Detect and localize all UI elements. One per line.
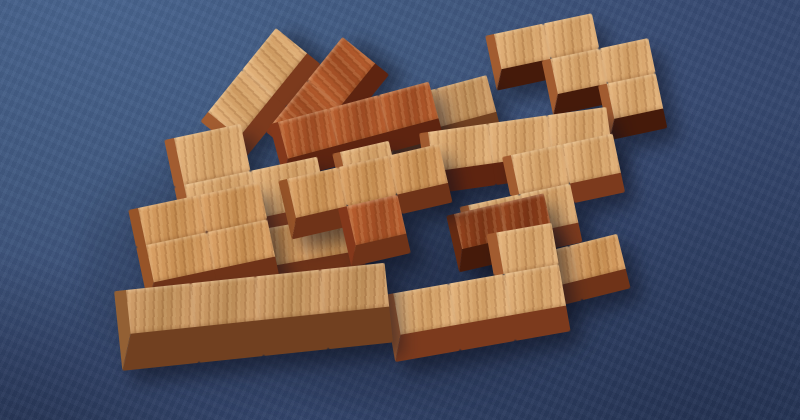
block-cell (114, 283, 199, 371)
block-cell (191, 276, 264, 362)
block-cell (383, 284, 460, 362)
block-cell (255, 270, 328, 356)
block-cell (504, 264, 571, 341)
puzzle-photo-stage (0, 0, 800, 420)
block-cell (320, 263, 393, 349)
